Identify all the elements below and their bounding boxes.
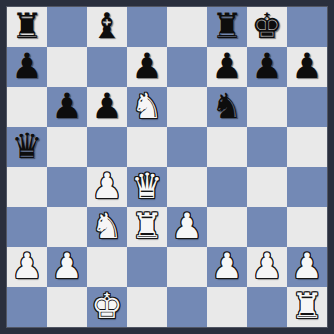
square-c4[interactable]: ♟: [87, 167, 127, 207]
square-b8[interactable]: [47, 7, 87, 47]
square-e8[interactable]: [167, 7, 207, 47]
square-d8[interactable]: [127, 7, 167, 47]
square-e1[interactable]: [167, 287, 207, 327]
square-f2[interactable]: ♟: [207, 247, 247, 287]
square-c3[interactable]: ♞: [87, 207, 127, 247]
square-a1[interactable]: [7, 287, 47, 327]
white-pawn-piece[interactable]: ♟: [11, 246, 42, 286]
black-pawn-piece[interactable]: ♟: [131, 46, 162, 86]
square-f5[interactable]: [207, 127, 247, 167]
square-c6[interactable]: ♟: [87, 87, 127, 127]
square-g8[interactable]: ♚: [247, 7, 287, 47]
black-rook-piece[interactable]: ♜: [211, 6, 242, 46]
square-b4[interactable]: [47, 167, 87, 207]
square-b6[interactable]: ♟: [47, 87, 87, 127]
square-g2[interactable]: ♟: [247, 247, 287, 287]
white-pawn-piece[interactable]: ♟: [91, 166, 122, 206]
square-h3[interactable]: [287, 207, 327, 247]
square-g1[interactable]: [247, 287, 287, 327]
white-rook-piece[interactable]: ♜: [131, 206, 162, 246]
white-pawn-piece[interactable]: ♟: [251, 246, 282, 286]
square-f7[interactable]: ♟: [207, 47, 247, 87]
square-f4[interactable]: [207, 167, 247, 207]
square-a8[interactable]: ♜: [7, 7, 47, 47]
square-g6[interactable]: [247, 87, 287, 127]
square-b1[interactable]: [47, 287, 87, 327]
square-b3[interactable]: [47, 207, 87, 247]
white-rook-piece[interactable]: ♜: [291, 286, 322, 326]
black-rook-piece[interactable]: ♜: [11, 6, 42, 46]
square-d2[interactable]: [127, 247, 167, 287]
black-king-piece[interactable]: ♚: [251, 6, 282, 46]
square-d3[interactable]: ♜: [127, 207, 167, 247]
square-h8[interactable]: [287, 7, 327, 47]
square-c8[interactable]: ♝: [87, 7, 127, 47]
square-h4[interactable]: [287, 167, 327, 207]
white-pawn-piece[interactable]: ♟: [291, 246, 322, 286]
black-pawn-piece[interactable]: ♟: [251, 46, 282, 86]
square-h1[interactable]: ♜: [287, 287, 327, 327]
square-e2[interactable]: [167, 247, 207, 287]
white-pawn-piece[interactable]: ♟: [51, 246, 82, 286]
black-pawn-piece[interactable]: ♟: [291, 46, 322, 86]
square-d6[interactable]: ♞: [127, 87, 167, 127]
chess-board: ♜♝♜♚♟♟♟♟♟♟♟♞♞♛♟♛♞♜♟♟♟♟♟♟♚♜: [7, 7, 327, 327]
square-h5[interactable]: [287, 127, 327, 167]
square-e6[interactable]: [167, 87, 207, 127]
square-b7[interactable]: [47, 47, 87, 87]
black-pawn-piece[interactable]: ♟: [91, 86, 122, 126]
square-h7[interactable]: ♟: [287, 47, 327, 87]
white-queen-piece[interactable]: ♛: [131, 166, 162, 206]
square-c5[interactable]: [87, 127, 127, 167]
square-h6[interactable]: [287, 87, 327, 127]
white-pawn-piece[interactable]: ♟: [211, 246, 242, 286]
square-d7[interactable]: ♟: [127, 47, 167, 87]
square-f1[interactable]: [207, 287, 247, 327]
square-f6[interactable]: ♞: [207, 87, 247, 127]
square-b5[interactable]: [47, 127, 87, 167]
square-e7[interactable]: [167, 47, 207, 87]
board-frame: ♜♝♜♚♟♟♟♟♟♟♟♞♞♛♟♛♞♜♟♟♟♟♟♟♚♜: [0, 0, 334, 334]
square-g5[interactable]: [247, 127, 287, 167]
square-c2[interactable]: [87, 247, 127, 287]
square-b2[interactable]: ♟: [47, 247, 87, 287]
square-c1[interactable]: ♚: [87, 287, 127, 327]
square-d5[interactable]: [127, 127, 167, 167]
square-h2[interactable]: ♟: [287, 247, 327, 287]
white-knight-piece[interactable]: ♞: [131, 86, 162, 126]
black-bishop-piece[interactable]: ♝: [91, 6, 122, 46]
square-e5[interactable]: [167, 127, 207, 167]
black-queen-piece[interactable]: ♛: [11, 126, 42, 166]
black-pawn-piece[interactable]: ♟: [11, 46, 42, 86]
square-g4[interactable]: [247, 167, 287, 207]
black-pawn-piece[interactable]: ♟: [211, 46, 242, 86]
square-g3[interactable]: [247, 207, 287, 247]
square-e4[interactable]: [167, 167, 207, 207]
square-f8[interactable]: ♜: [207, 7, 247, 47]
square-a6[interactable]: [7, 87, 47, 127]
white-knight-piece[interactable]: ♞: [91, 206, 122, 246]
square-f3[interactable]: [207, 207, 247, 247]
square-a7[interactable]: ♟: [7, 47, 47, 87]
square-a4[interactable]: [7, 167, 47, 207]
square-a2[interactable]: ♟: [7, 247, 47, 287]
square-g7[interactable]: ♟: [247, 47, 287, 87]
black-knight-piece[interactable]: ♞: [211, 86, 242, 126]
white-pawn-piece[interactable]: ♟: [171, 206, 202, 246]
square-d4[interactable]: ♛: [127, 167, 167, 207]
square-a3[interactable]: [7, 207, 47, 247]
square-c7[interactable]: [87, 47, 127, 87]
square-d1[interactable]: [127, 287, 167, 327]
white-king-piece[interactable]: ♚: [91, 286, 122, 326]
square-a5[interactable]: ♛: [7, 127, 47, 167]
square-e3[interactable]: ♟: [167, 207, 207, 247]
black-pawn-piece[interactable]: ♟: [51, 86, 82, 126]
